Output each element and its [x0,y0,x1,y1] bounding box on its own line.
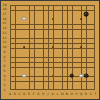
row-label-13: 13 [3,31,7,34]
col-label-T: T [94,93,96,96]
row-label-5: 5 [4,69,6,72]
black-stone-r17 [84,12,89,17]
col-label-R: R [85,93,87,96]
col-label-A: A [9,93,11,96]
row-label-9: 9 [4,50,6,53]
col-label-L: L [57,93,59,96]
row-label-2: 2 [4,84,6,87]
row-label-16: 16 [3,17,7,20]
row-label-4: 4 [4,74,6,77]
row-label-6: 6 [4,65,6,68]
row-label-17: 17 [3,12,7,15]
row-label-12: 12 [3,36,7,39]
star-point [80,46,82,48]
star-point [23,46,25,48]
col-label-Q: Q [80,93,82,96]
black-stone-o4 [69,73,74,78]
row-label-3: 3 [4,79,6,82]
star-point [52,75,54,77]
col-label-S: S [90,93,92,96]
row-label-10: 10 [3,46,7,49]
row-label-14: 14 [3,27,7,30]
row-label-1: 1 [4,88,6,91]
col-label-H: H [42,93,44,96]
row-label-7: 7 [4,60,6,63]
col-label-O: O [70,93,72,96]
col-label-K: K [52,93,54,96]
col-label-N: N [66,93,68,96]
star-point [52,18,54,20]
col-label-C: C [18,93,20,96]
star-point [80,18,82,20]
row-label-11: 11 [3,41,7,44]
row-label-19: 19 [3,3,7,6]
col-label-F: F [33,93,35,96]
col-label-D: D [23,93,25,96]
col-label-E: E [28,93,30,96]
col-label-G: G [37,93,39,96]
go-board[interactable]: 19181716151413121110987654321ABCDEFGHJKL… [0,0,100,100]
col-label-P: P [76,93,78,96]
col-label-J: J [47,93,48,96]
col-label-B: B [14,93,16,96]
row-label-8: 8 [4,55,6,58]
white-stone-d4 [22,73,27,78]
white-stone-q4 [79,73,84,78]
row-label-18: 18 [3,8,7,11]
white-stone-d16 [22,16,27,21]
col-label-M: M [61,93,64,96]
row-label-15: 15 [3,22,7,25]
black-stone-r4 [84,73,89,78]
star-point [52,46,54,48]
